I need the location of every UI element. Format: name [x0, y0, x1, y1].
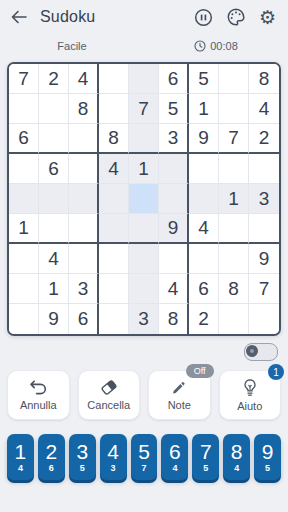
erase-label: Cancella	[87, 399, 130, 411]
cell-r9c8[interactable]	[219, 304, 249, 334]
cell-r3c3[interactable]	[69, 124, 99, 154]
cell-r8c9[interactable]: 7	[249, 274, 279, 304]
cell-r4c5[interactable]: 1	[129, 154, 159, 184]
cell-r6c9[interactable]	[249, 214, 279, 244]
key-remaining-count: 5	[203, 463, 208, 474]
cell-r4c3[interactable]	[69, 154, 99, 184]
cell-r7c1[interactable]	[9, 244, 39, 274]
hint-label: Aiuto	[237, 400, 262, 412]
erase-button[interactable]: Cancella	[78, 370, 141, 420]
cell-r7c7[interactable]	[189, 244, 219, 274]
hint-button[interactable]: 1 Aiuto	[219, 370, 282, 420]
cell-r4c1[interactable]	[9, 154, 39, 184]
pencil-icon	[169, 379, 189, 396]
cell-r5c2[interactable]	[39, 184, 69, 214]
cell-r5c6[interactable]	[159, 184, 189, 214]
cell-r9c6[interactable]: 8	[159, 304, 189, 334]
cell-r6c3[interactable]	[69, 214, 99, 244]
toggle-thumb-icon	[246, 345, 258, 357]
cell-r1c5[interactable]	[129, 64, 159, 94]
numpad-key-2[interactable]: 26	[38, 434, 65, 480]
numpad-key-8[interactable]: 84	[223, 434, 250, 480]
lightbulb-icon	[241, 378, 259, 397]
pause-button[interactable]	[194, 8, 213, 27]
cell-r8c6[interactable]: 4	[159, 274, 189, 304]
cell-r6c5[interactable]	[129, 214, 159, 244]
cell-r1c9[interactable]: 8	[249, 64, 279, 94]
cell-r8c3[interactable]: 3	[69, 274, 99, 304]
clock-icon	[194, 40, 206, 52]
cell-r7c5[interactable]	[129, 244, 159, 274]
cell-r9c2[interactable]: 9	[39, 304, 69, 334]
cell-r5c7[interactable]	[189, 184, 219, 214]
board-toggle[interactable]	[244, 343, 278, 361]
key-remaining-count: 4	[18, 463, 23, 474]
numpad-key-9[interactable]: 95	[254, 434, 281, 480]
numpad-key-5[interactable]: 57	[131, 434, 158, 480]
cell-r5c8[interactable]: 1	[219, 184, 249, 214]
key-digit: 3	[76, 441, 88, 463]
cell-r6c6[interactable]: 9	[159, 214, 189, 244]
cell-r2c6[interactable]: 5	[159, 94, 189, 124]
cell-r2c1[interactable]	[9, 94, 39, 124]
timer: 00:08	[210, 40, 238, 52]
cell-r8c1[interactable]	[9, 274, 39, 304]
back-arrow-icon	[10, 9, 28, 25]
cell-r1c3[interactable]: 4	[69, 64, 99, 94]
cell-r1c4[interactable]	[99, 64, 129, 94]
numpad-key-4[interactable]: 43	[100, 434, 127, 480]
tool-bar: Annulla Cancella Off Note 1 Aiuto	[0, 370, 288, 420]
cell-r3c6[interactable]: 3	[159, 124, 189, 154]
cell-r8c7[interactable]: 6	[189, 274, 219, 304]
cell-r8c2[interactable]: 1	[39, 274, 69, 304]
cell-r8c5[interactable]	[129, 274, 159, 304]
cell-r4c2[interactable]: 6	[39, 154, 69, 184]
difficulty-label: Facile	[57, 40, 86, 52]
cell-r9c5[interactable]: 3	[129, 304, 159, 334]
cell-r4c8[interactable]	[219, 154, 249, 184]
undo-label: Annulla	[20, 399, 57, 411]
cell-r3c1[interactable]: 6	[9, 124, 39, 154]
eraser-icon	[99, 379, 119, 396]
cell-r2c7[interactable]: 1	[189, 94, 219, 124]
cell-r7c3[interactable]	[69, 244, 99, 274]
back-button[interactable]	[10, 9, 28, 25]
cell-r3c2[interactable]	[39, 124, 69, 154]
key-digit: 1	[15, 441, 27, 463]
cell-r2c8[interactable]	[219, 94, 249, 124]
numpad-key-6[interactable]: 64	[161, 434, 188, 480]
numpad-key-3[interactable]: 35	[69, 434, 96, 480]
notes-label: Note	[168, 399, 191, 411]
cell-r4c7[interactable]	[189, 154, 219, 184]
cell-r6c4[interactable]	[99, 214, 129, 244]
cell-r2c2[interactable]	[39, 94, 69, 124]
cell-r6c1[interactable]: 1	[9, 214, 39, 244]
cell-r7c2[interactable]: 4	[39, 244, 69, 274]
cell-r9c9[interactable]	[249, 304, 279, 334]
settings-button[interactable]: ⚙	[259, 8, 276, 27]
cell-r7c6[interactable]	[159, 244, 189, 274]
top-bar: Sudoku ⚙	[0, 0, 288, 34]
cell-r7c9[interactable]: 9	[249, 244, 279, 274]
key-digit: 9	[262, 441, 274, 463]
cell-r3c7[interactable]: 9	[189, 124, 219, 154]
key-remaining-count: 3	[111, 463, 116, 474]
cell-r4c4[interactable]: 4	[99, 154, 129, 184]
cell-r6c2[interactable]	[39, 214, 69, 244]
cell-r7c8[interactable]	[219, 244, 249, 274]
cell-r9c7[interactable]: 2	[189, 304, 219, 334]
cell-r2c9[interactable]: 4	[249, 94, 279, 124]
gear-icon: ⚙	[259, 8, 276, 27]
cell-r8c4[interactable]	[99, 274, 129, 304]
cell-r9c3[interactable]: 6	[69, 304, 99, 334]
numpad-key-1[interactable]: 14	[7, 434, 34, 480]
undo-button[interactable]: Annulla	[7, 370, 70, 420]
cell-r2c3[interactable]: 8	[69, 94, 99, 124]
cell-r3c8[interactable]: 7	[219, 124, 249, 154]
cell-r6c8[interactable]	[219, 214, 249, 244]
cell-r3c4[interactable]: 8	[99, 124, 129, 154]
key-remaining-count: 5	[265, 463, 270, 474]
pause-icon	[194, 8, 213, 27]
cell-r1c2[interactable]: 2	[39, 64, 69, 94]
key-digit: 7	[200, 441, 212, 463]
cell-r7c4[interactable]	[99, 244, 129, 274]
number-pad: 142635435764758495	[0, 434, 288, 480]
cell-r4c9[interactable]	[249, 154, 279, 184]
palette-icon	[226, 7, 246, 27]
cell-r3c9[interactable]: 2	[249, 124, 279, 154]
cell-r1c7[interactable]: 5	[189, 64, 219, 94]
cell-r5c5[interactable]	[129, 184, 159, 214]
key-digit: 5	[138, 441, 150, 463]
theme-button[interactable]	[226, 7, 246, 27]
key-remaining-count: 7	[142, 463, 147, 474]
cell-r8c8[interactable]: 8	[219, 274, 249, 304]
key-digit: 8	[231, 441, 243, 463]
cell-r9c1[interactable]	[9, 304, 39, 334]
cell-r4c6[interactable]	[159, 154, 189, 184]
cell-r5c4[interactable]	[99, 184, 129, 214]
cell-r5c9[interactable]: 3	[249, 184, 279, 214]
page-title: Sudoku	[40, 8, 95, 26]
cell-r9c4[interactable]	[99, 304, 129, 334]
key-remaining-count: 4	[234, 463, 239, 474]
key-digit: 6	[169, 441, 181, 463]
key-remaining-count: 4	[172, 463, 177, 474]
cell-r2c5[interactable]: 7	[129, 94, 159, 124]
undo-icon	[28, 379, 48, 396]
cell-r1c1[interactable]: 7	[9, 64, 39, 94]
sudoku-board: 72465887514683972641131944913468796382	[7, 62, 281, 336]
cell-r5c1[interactable]	[9, 184, 39, 214]
notes-button[interactable]: Off Note	[148, 370, 211, 420]
cell-r1c6[interactable]: 6	[159, 64, 189, 94]
cell-r3c5[interactable]	[129, 124, 159, 154]
notes-off-badge: Off	[186, 364, 214, 378]
cell-r2c4[interactable]	[99, 94, 129, 124]
numpad-key-7[interactable]: 75	[192, 434, 219, 480]
key-remaining-count: 6	[49, 463, 54, 474]
cell-r5c3[interactable]	[69, 184, 99, 214]
cell-r1c8[interactable]	[219, 64, 249, 94]
key-digit: 4	[107, 441, 119, 463]
status-bar: Facile 00:08	[0, 37, 288, 55]
cell-r6c7[interactable]: 4	[189, 214, 219, 244]
hint-count-badge: 1	[268, 364, 284, 380]
key-digit: 2	[45, 441, 57, 463]
key-remaining-count: 5	[80, 463, 85, 474]
